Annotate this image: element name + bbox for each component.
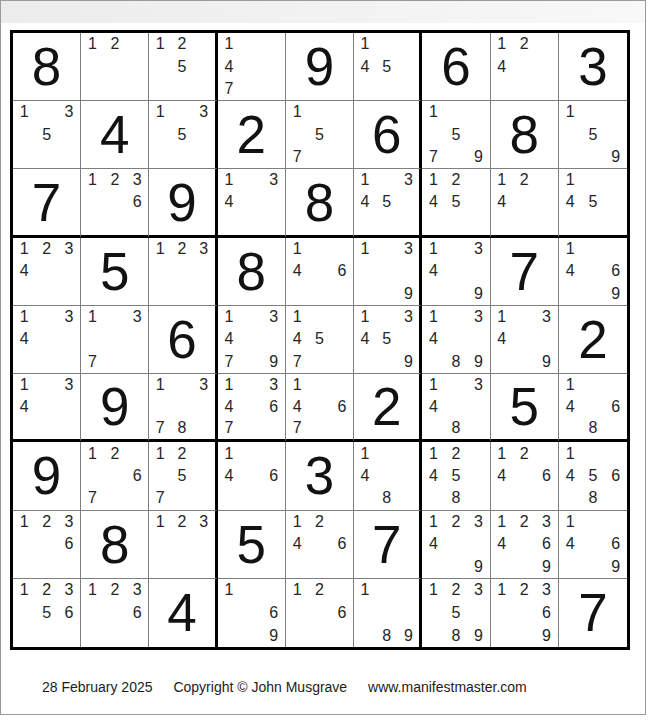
candidate-slot-9: 9 — [535, 624, 557, 647]
candidate-slot-8 — [171, 78, 193, 100]
candidate-slot-1: 1 — [149, 101, 171, 123]
candidate-slot-8 — [104, 213, 126, 235]
candidate-slot-7 — [81, 213, 103, 235]
candidate-slot-1: 1 — [491, 579, 513, 602]
candidate-slot-6: 6 — [604, 465, 627, 487]
candidate-grid: 147 — [218, 33, 285, 100]
candidate-slot-4: 4 — [286, 260, 308, 282]
candidate-grid: 124 — [491, 169, 558, 234]
candidate-slot-1: 1 — [218, 306, 240, 328]
footer: 28 February 2025 Copyright © John Musgra… — [42, 679, 527, 695]
candidate-slot-2 — [445, 306, 467, 328]
cell-r6c6[interactable]: 2 — [354, 374, 422, 442]
cell-r4c1[interactable]: 1234 — [13, 238, 81, 306]
candidate-slot-7: 7 — [422, 146, 444, 168]
candidate-slot-2 — [376, 442, 398, 464]
candidate-slot-6 — [193, 124, 215, 146]
cell-r8c3[interactable]: 123 — [149, 511, 217, 579]
candidate-slot-1: 1 — [286, 101, 308, 123]
candidate-slot-7 — [149, 78, 171, 100]
cell-r4c3[interactable]: 123 — [149, 238, 217, 306]
candidate-slot-4 — [354, 260, 376, 282]
candidate-slot-2 — [240, 442, 262, 464]
candidate-slot-2: 2 — [445, 169, 467, 191]
candidate-slot-1: 1 — [491, 306, 513, 328]
candidate-slot-4 — [81, 55, 103, 77]
candidate-slot-3: 3 — [58, 511, 80, 533]
candidate-slot-1: 1 — [559, 442, 582, 464]
candidate-grid: 1579 — [422, 101, 489, 168]
candidate-slot-1: 1 — [422, 169, 444, 191]
cell-r8c2[interactable]: 8 — [81, 511, 149, 579]
candidate-slot-7 — [422, 555, 444, 577]
candidate-slot-6 — [398, 602, 420, 625]
cell-r6c5[interactable]: 1467 — [286, 374, 354, 442]
candidate-slot-7: 7 — [81, 351, 103, 373]
candidate-grid: 123469 — [491, 511, 558, 578]
candidate-slot-2 — [376, 33, 398, 55]
cell-r1c6[interactable]: 145 — [354, 33, 422, 101]
candidate-slot-8 — [35, 282, 57, 304]
candidate-slot-7 — [13, 146, 35, 168]
cell-r1c1[interactable]: 8 — [13, 33, 81, 101]
cell-r5c2[interactable]: 137 — [81, 306, 149, 374]
cell-r5c5[interactable]: 1457 — [286, 306, 354, 374]
candidate-slot-7: 7 — [218, 418, 240, 440]
cell-r9c3[interactable]: 4 — [149, 579, 217, 647]
cell-r1c3[interactable]: 125 — [149, 33, 217, 101]
candidate-slot-3 — [398, 33, 420, 55]
candidate-slot-9: 9 — [467, 555, 489, 577]
candidate-slot-8 — [513, 555, 535, 577]
candidate-slot-4 — [13, 602, 35, 625]
cell-r7c3[interactable]: 1257 — [149, 442, 217, 510]
cell-r6c1[interactable]: 134 — [13, 374, 81, 442]
candidate-slot-3 — [262, 33, 284, 55]
candidate-slot-1: 1 — [81, 442, 103, 464]
candidate-slot-9 — [193, 555, 215, 577]
candidate-slot-2 — [35, 374, 57, 396]
candidate-slot-3 — [535, 33, 557, 55]
cell-r2c2[interactable]: 4 — [81, 101, 149, 169]
candidate-slot-4 — [13, 124, 35, 146]
candidate-slot-5 — [35, 328, 57, 350]
candidate-slot-8: 8 — [376, 624, 398, 647]
cell-r7c9[interactable]: 14568 — [559, 442, 627, 510]
cell-r4c9[interactable]: 1469 — [559, 238, 627, 306]
candidate-grid: 1469 — [559, 511, 627, 578]
candidate-slot-2: 2 — [513, 442, 535, 464]
candidate-slot-4: 4 — [218, 465, 240, 487]
candidate-slot-6 — [467, 124, 489, 146]
candidate-slot-4 — [149, 465, 171, 487]
cell-r7c5[interactable]: 3 — [286, 442, 354, 510]
cell-r2c6[interactable]: 6 — [354, 101, 422, 169]
candidate-slot-3: 3 — [262, 306, 284, 328]
candidate-slot-2 — [35, 306, 57, 328]
candidate-grid: 13467 — [218, 374, 285, 439]
candidate-slot-9: 9 — [467, 351, 489, 373]
candidate-slot-6: 6 — [604, 260, 627, 282]
candidate-slot-2 — [240, 33, 262, 55]
cell-r3c4[interactable]: 134 — [218, 169, 286, 237]
cell-r5c6[interactable]: 13459 — [354, 306, 422, 374]
cell-r3c8[interactable]: 124 — [491, 169, 559, 237]
cell-r3c9[interactable]: 145 — [559, 169, 627, 237]
candidate-grid: 12458 — [422, 442, 489, 509]
candidate-slot-9: 9 — [535, 555, 557, 577]
candidate-slot-2 — [582, 511, 605, 533]
cell-r3c5[interactable]: 8 — [286, 169, 354, 237]
candidate-slot-2 — [240, 169, 262, 191]
candidate-slot-5 — [171, 533, 193, 555]
candidate-slot-8: 8 — [582, 418, 605, 440]
candidate-slot-9 — [262, 78, 284, 100]
candidate-slot-6: 6 — [58, 602, 80, 625]
candidate-slot-9 — [126, 624, 148, 647]
cell-r7c1[interactable]: 9 — [13, 442, 81, 510]
solved-digit: 5 — [237, 518, 266, 571]
cell-r3c6[interactable]: 1345 — [354, 169, 422, 237]
candidate-slot-6: 6 — [535, 602, 557, 625]
candidate-slot-5: 5 — [35, 124, 57, 146]
candidate-slot-3: 3 — [58, 101, 80, 123]
cell-r9c6[interactable]: 189 — [354, 579, 422, 647]
candidate-slot-9 — [331, 282, 353, 304]
candidate-grid: 1246 — [286, 511, 353, 578]
candidate-slot-7 — [354, 624, 376, 647]
candidate-slot-5: 5 — [308, 124, 330, 146]
cell-r3c1[interactable]: 7 — [13, 169, 81, 237]
candidate-slot-6 — [193, 55, 215, 77]
candidate-slot-7 — [286, 555, 308, 577]
candidate-slot-9 — [126, 213, 148, 235]
cell-r1c2[interactable]: 12 — [81, 33, 149, 101]
candidate-slot-3 — [604, 238, 627, 260]
cell-r8c6[interactable]: 7 — [354, 511, 422, 579]
candidate-slot-3: 3 — [193, 101, 215, 123]
cell-r7c4[interactable]: 146 — [218, 442, 286, 510]
candidate-slot-1: 1 — [354, 306, 376, 328]
candidate-slot-9 — [398, 487, 420, 509]
candidate-slot-7 — [149, 555, 171, 577]
candidate-slot-9 — [58, 282, 80, 304]
candidate-slot-6 — [467, 533, 489, 555]
candidate-grid: 1236 — [81, 579, 148, 647]
candidate-slot-1: 1 — [422, 101, 444, 123]
candidate-slot-8 — [104, 487, 126, 509]
candidate-slot-8: 8 — [171, 418, 193, 440]
cell-r9c2[interactable]: 1236 — [81, 579, 149, 647]
candidate-slot-7 — [559, 146, 582, 168]
candidate-slot-4: 4 — [491, 328, 513, 350]
candidate-slot-7 — [559, 418, 582, 440]
candidate-slot-2: 2 — [513, 511, 535, 533]
candidate-slot-1: 1 — [422, 238, 444, 260]
cell-r9c9[interactable]: 7 — [559, 579, 627, 647]
candidate-slot-4 — [286, 124, 308, 146]
candidate-slot-3: 3 — [398, 169, 420, 191]
cell-r1c5[interactable]: 9 — [286, 33, 354, 101]
candidate-slot-8 — [513, 487, 535, 509]
candidate-slot-1: 1 — [286, 511, 308, 533]
candidate-slot-5 — [376, 260, 398, 282]
candidate-slot-7 — [218, 487, 240, 509]
candidate-slot-3: 3 — [398, 306, 420, 328]
cell-r7c8[interactable]: 1246 — [491, 442, 559, 510]
cell-r7c7[interactable]: 12458 — [422, 442, 490, 510]
candidate-slot-3 — [467, 442, 489, 464]
candidate-slot-3 — [193, 442, 215, 464]
cell-r5c3[interactable]: 6 — [149, 306, 217, 374]
candidate-slot-3 — [604, 169, 627, 191]
candidate-slot-8 — [171, 146, 193, 168]
cell-r4c4[interactable]: 8 — [218, 238, 286, 306]
solved-digit: 7 — [509, 245, 538, 298]
candidate-slot-5: 5 — [171, 465, 193, 487]
cell-r3c7[interactable]: 1245 — [422, 169, 490, 237]
candidate-slot-8: 8 — [376, 487, 398, 509]
candidate-slot-3: 3 — [58, 579, 80, 602]
candidate-slot-6 — [398, 328, 420, 350]
candidate-slot-9 — [126, 487, 148, 509]
candidate-slot-7 — [559, 213, 582, 235]
cell-r6c3[interactable]: 1378 — [149, 374, 217, 442]
candidate-slot-1: 1 — [81, 33, 103, 55]
candidate-slot-6 — [467, 465, 489, 487]
candidate-slot-9 — [126, 351, 148, 373]
candidate-slot-2 — [35, 101, 57, 123]
cell-r6c7[interactable]: 1348 — [422, 374, 490, 442]
candidate-slot-2: 2 — [171, 238, 193, 260]
candidate-slot-8 — [240, 78, 262, 100]
cell-r6c9[interactable]: 1468 — [559, 374, 627, 442]
solved-digit: 5 — [100, 245, 129, 298]
candidate-slot-6 — [331, 124, 353, 146]
candidate-grid: 123 — [149, 238, 214, 305]
candidate-slot-6: 6 — [331, 396, 353, 418]
candidate-slot-5 — [308, 602, 330, 625]
candidate-slot-5 — [104, 191, 126, 213]
cell-r5c1[interactable]: 134 — [13, 306, 81, 374]
candidate-grid: 12349 — [422, 511, 489, 578]
candidate-slot-9 — [58, 146, 80, 168]
candidate-slot-5 — [513, 533, 535, 555]
candidate-slot-5 — [171, 260, 193, 282]
cell-r8c4[interactable]: 5 — [218, 511, 286, 579]
candidate-slot-8 — [35, 351, 57, 373]
candidate-slot-2: 2 — [35, 579, 57, 602]
candidate-slot-7 — [286, 624, 308, 647]
candidate-slot-9 — [193, 78, 215, 100]
candidate-slot-7 — [13, 624, 35, 647]
candidate-slot-9: 9 — [604, 282, 627, 304]
cell-r8c5[interactable]: 1246 — [286, 511, 354, 579]
solved-digit: 7 — [372, 518, 401, 571]
candidate-slot-8 — [240, 624, 262, 647]
candidate-slot-7 — [559, 487, 582, 509]
cell-r2c9[interactable]: 159 — [559, 101, 627, 169]
candidate-slot-9: 9 — [604, 146, 627, 168]
candidate-slot-9 — [262, 213, 284, 235]
cell-r1c4[interactable]: 147 — [218, 33, 286, 101]
candidate-slot-4 — [149, 533, 171, 555]
cell-r7c2[interactable]: 1267 — [81, 442, 149, 510]
cell-r3c2[interactable]: 1236 — [81, 169, 149, 237]
cell-r5c4[interactable]: 13479 — [218, 306, 286, 374]
candidate-slot-1: 1 — [149, 238, 171, 260]
candidate-slot-9 — [535, 213, 557, 235]
cell-r4c6[interactable]: 139 — [354, 238, 422, 306]
candidate-slot-7 — [149, 282, 171, 304]
candidate-slot-6 — [467, 602, 489, 625]
candidate-slot-4: 4 — [559, 191, 582, 213]
cell-r9c5[interactable]: 126 — [286, 579, 354, 647]
candidate-slot-7 — [13, 351, 35, 373]
candidate-slot-9: 9 — [262, 351, 284, 373]
cell-r5c9[interactable]: 2 — [559, 306, 627, 374]
candidate-slot-2 — [582, 169, 605, 191]
candidate-slot-9 — [331, 624, 353, 647]
candidate-slot-8 — [308, 282, 330, 304]
candidate-slot-4 — [81, 328, 103, 350]
candidate-slot-5 — [104, 465, 126, 487]
candidate-slot-5 — [582, 396, 605, 418]
candidate-grid: 1246 — [491, 442, 558, 509]
cell-r9c1[interactable]: 12356 — [13, 579, 81, 647]
footer-date: 28 February 2025 — [42, 679, 153, 695]
cell-r4c5[interactable]: 146 — [286, 238, 354, 306]
candidate-slot-2: 2 — [308, 579, 330, 602]
candidate-slot-6: 6 — [331, 533, 353, 555]
cell-r6c2[interactable]: 9 — [81, 374, 149, 442]
candidate-slot-1: 1 — [491, 33, 513, 55]
cell-r2c5[interactable]: 157 — [286, 101, 354, 169]
cell-r4c8[interactable]: 7 — [491, 238, 559, 306]
candidate-slot-8 — [513, 78, 535, 100]
candidate-slot-3 — [262, 579, 284, 602]
cell-r9c7[interactable]: 123589 — [422, 579, 490, 647]
cell-r2c7[interactable]: 1579 — [422, 101, 490, 169]
candidate-slot-7: 7 — [81, 487, 103, 509]
candidate-slot-7 — [422, 487, 444, 509]
solved-digit: 9 — [100, 380, 129, 433]
solved-digit: 4 — [100, 108, 129, 161]
cell-r8c1[interactable]: 1236 — [13, 511, 81, 579]
candidate-slot-8 — [171, 555, 193, 577]
cell-r2c3[interactable]: 135 — [149, 101, 217, 169]
candidate-grid: 189 — [354, 579, 419, 647]
candidate-slot-6: 6 — [126, 465, 148, 487]
candidate-slot-5 — [376, 465, 398, 487]
candidate-slot-8: 8 — [445, 624, 467, 647]
candidate-grid: 13489 — [422, 306, 489, 373]
candidate-slot-6 — [193, 396, 215, 418]
candidate-slot-6 — [398, 465, 420, 487]
candidate-slot-9 — [193, 487, 215, 509]
candidate-slot-5: 5 — [582, 191, 605, 213]
cell-r8c9[interactable]: 1469 — [559, 511, 627, 579]
cell-r1c7[interactable]: 6 — [422, 33, 490, 101]
candidate-slot-3: 3 — [193, 238, 215, 260]
candidate-grid: 12369 — [491, 579, 558, 647]
cell-r4c2[interactable]: 5 — [81, 238, 149, 306]
candidate-slot-3: 3 — [58, 306, 80, 328]
cell-r7c6[interactable]: 148 — [354, 442, 422, 510]
candidate-slot-2 — [445, 238, 467, 260]
candidate-slot-1: 1 — [81, 579, 103, 602]
candidate-slot-3 — [262, 442, 284, 464]
cell-r9c8[interactable]: 12369 — [491, 579, 559, 647]
candidate-slot-3 — [535, 442, 557, 464]
candidate-slot-7 — [218, 624, 240, 647]
candidate-slot-5: 5 — [445, 465, 467, 487]
candidate-slot-3: 3 — [58, 238, 80, 260]
cell-r1c9[interactable]: 3 — [559, 33, 627, 101]
cell-r4c7[interactable]: 1349 — [422, 238, 490, 306]
candidate-grid: 125 — [149, 33, 214, 100]
candidate-slot-1: 1 — [422, 442, 444, 464]
candidate-slot-4 — [81, 465, 103, 487]
cell-r5c8[interactable]: 1349 — [491, 306, 559, 374]
candidate-slot-3: 3 — [535, 306, 557, 328]
candidate-slot-6 — [193, 260, 215, 282]
candidate-slot-7 — [354, 78, 376, 100]
candidate-slot-3: 3 — [467, 374, 489, 396]
candidate-slot-5 — [104, 328, 126, 350]
cell-r2c8[interactable]: 8 — [491, 101, 559, 169]
candidate-slot-4: 4 — [354, 465, 376, 487]
candidate-slot-8 — [171, 487, 193, 509]
cell-r2c4[interactable]: 2 — [218, 101, 286, 169]
candidate-slot-5 — [445, 533, 467, 555]
candidate-slot-4: 4 — [286, 533, 308, 555]
cell-r6c8[interactable]: 5 — [491, 374, 559, 442]
candidate-slot-2: 2 — [445, 442, 467, 464]
candidate-slot-5: 5 — [445, 602, 467, 625]
cell-r3c3[interactable]: 9 — [149, 169, 217, 237]
cell-r5c7[interactable]: 13489 — [422, 306, 490, 374]
candidate-slot-3: 3 — [126, 579, 148, 602]
candidate-slot-3 — [331, 306, 353, 328]
cell-r6c4[interactable]: 13467 — [218, 374, 286, 442]
candidate-slot-7 — [491, 351, 513, 373]
candidate-slot-6 — [262, 328, 284, 350]
cell-r8c7[interactable]: 12349 — [422, 511, 490, 579]
candidate-slot-4: 4 — [491, 55, 513, 77]
candidate-grid: 135 — [149, 101, 214, 168]
candidate-grid: 123 — [149, 511, 214, 578]
solved-digit: 8 — [237, 245, 266, 298]
cell-r8c8[interactable]: 123469 — [491, 511, 559, 579]
candidate-slot-8: 8 — [445, 487, 467, 509]
candidate-slot-6: 6 — [58, 533, 80, 555]
cell-r1c8[interactable]: 124 — [491, 33, 559, 101]
candidate-grid: 157 — [286, 101, 353, 168]
candidate-slot-4: 4 — [491, 465, 513, 487]
candidate-grid: 169 — [218, 579, 285, 647]
candidate-slot-2 — [582, 101, 605, 123]
candidate-slot-4: 4 — [422, 533, 444, 555]
cell-r9c4[interactable]: 169 — [218, 579, 286, 647]
cell-r2c1[interactable]: 135 — [13, 101, 81, 169]
candidate-slot-9 — [604, 418, 627, 440]
candidate-slot-2 — [240, 306, 262, 328]
candidate-slot-3: 3 — [467, 579, 489, 602]
candidate-grid: 1236 — [81, 169, 148, 234]
candidate-slot-1: 1 — [218, 579, 240, 602]
candidate-slot-4 — [81, 191, 103, 213]
